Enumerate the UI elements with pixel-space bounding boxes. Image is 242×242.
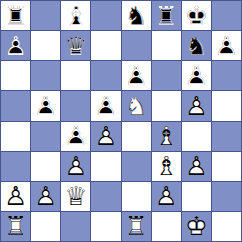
square-f7[interactable] bbox=[152, 31, 181, 60]
piece-line-layer: ♙ bbox=[182, 152, 211, 181]
square-a7[interactable]: ♟♙ bbox=[1, 31, 30, 60]
square-f2[interactable]: ♟♙ bbox=[152, 182, 181, 211]
square-h4[interactable] bbox=[212, 122, 241, 151]
square-f4[interactable]: ♝♗ bbox=[152, 122, 181, 151]
piece-line-layer: ♖ bbox=[1, 1, 30, 30]
square-b2[interactable]: ♟♙ bbox=[31, 182, 60, 211]
square-e5[interactable]: ♞♘ bbox=[122, 91, 151, 120]
square-a8[interactable]: ♜♖ bbox=[1, 1, 30, 30]
black-rook-icon[interactable]: ♜♖ bbox=[152, 1, 181, 30]
piece-line-layer: ♙ bbox=[91, 91, 120, 120]
square-e1[interactable]: ♜♖ bbox=[122, 212, 151, 241]
square-b6[interactable] bbox=[31, 61, 60, 90]
piece-line-layer: ♙ bbox=[31, 182, 60, 211]
piece-line-layer: ♖ bbox=[122, 212, 151, 241]
square-c5[interactable] bbox=[61, 91, 90, 120]
piece-line-layer: ♖ bbox=[1, 212, 30, 241]
square-g7[interactable]: ♞♘ bbox=[182, 31, 211, 60]
square-e2[interactable] bbox=[122, 182, 151, 211]
piece-line-layer: ♔ bbox=[182, 1, 211, 30]
square-h7[interactable]: ♟♙ bbox=[212, 31, 241, 60]
white-bishop-icon[interactable]: ♝♗ bbox=[152, 122, 181, 151]
square-h3[interactable] bbox=[212, 152, 241, 181]
square-a4[interactable] bbox=[1, 122, 30, 151]
piece-line-layer: ♕ bbox=[61, 182, 90, 211]
square-g2[interactable] bbox=[182, 182, 211, 211]
white-pawn-icon[interactable]: ♟♙ bbox=[182, 91, 211, 120]
square-a1[interactable]: ♜♖ bbox=[1, 212, 30, 241]
black-knight-icon[interactable]: ♞♘ bbox=[182, 31, 211, 60]
piece-line-layer: ♗ bbox=[152, 122, 181, 151]
square-b5[interactable]: ♟♙ bbox=[31, 91, 60, 120]
white-king-icon[interactable]: ♚♔ bbox=[182, 212, 211, 241]
black-pawn-icon[interactable]: ♟♙ bbox=[1, 31, 30, 60]
square-f1[interactable] bbox=[152, 212, 181, 241]
square-h2[interactable] bbox=[212, 182, 241, 211]
piece-line-layer: ♙ bbox=[122, 61, 151, 90]
white-pawn-icon[interactable]: ♟♙ bbox=[61, 152, 90, 181]
piece-line-layer: ♙ bbox=[91, 122, 120, 151]
piece-line-layer: ♙ bbox=[182, 91, 211, 120]
piece-line-layer: ♖ bbox=[152, 1, 181, 30]
black-pawn-icon[interactable]: ♟♙ bbox=[182, 61, 211, 90]
square-b3[interactable] bbox=[31, 152, 60, 181]
square-d7[interactable] bbox=[91, 31, 120, 60]
square-g4[interactable] bbox=[182, 122, 211, 151]
white-bishop-icon[interactable]: ♝♗ bbox=[152, 152, 181, 181]
square-e6[interactable]: ♟♙ bbox=[122, 61, 151, 90]
square-h5[interactable] bbox=[212, 91, 241, 120]
black-bishop-icon[interactable]: ♝♗ bbox=[61, 1, 90, 30]
square-h1[interactable] bbox=[212, 212, 241, 241]
piece-line-layer: ♙ bbox=[1, 182, 30, 211]
white-pawn-icon[interactable]: ♟♙ bbox=[182, 152, 211, 181]
square-b8[interactable] bbox=[31, 1, 60, 30]
square-c3[interactable]: ♟♙ bbox=[61, 152, 90, 181]
piece-line-layer: ♗ bbox=[152, 152, 181, 181]
piece-line-layer: ♕ bbox=[61, 31, 90, 60]
piece-line-layer: ♙ bbox=[61, 152, 90, 181]
square-a3[interactable] bbox=[1, 152, 30, 181]
piece-line-layer: ♙ bbox=[182, 61, 211, 90]
white-pawn-icon[interactable]: ♟♙ bbox=[91, 122, 120, 151]
square-c6[interactable] bbox=[61, 61, 90, 90]
black-pawn-icon[interactable]: ♟♙ bbox=[122, 61, 151, 90]
square-a5[interactable] bbox=[1, 91, 30, 120]
black-pawn-icon[interactable]: ♟♙ bbox=[31, 91, 60, 120]
square-d4[interactable]: ♟♙ bbox=[91, 122, 120, 151]
square-g1[interactable]: ♚♔ bbox=[182, 212, 211, 241]
square-b7[interactable] bbox=[31, 31, 60, 60]
square-f8[interactable]: ♜♖ bbox=[152, 1, 181, 30]
square-d6[interactable] bbox=[91, 61, 120, 90]
square-g5[interactable]: ♟♙ bbox=[182, 91, 211, 120]
square-h8[interactable] bbox=[212, 1, 241, 30]
white-knight-icon[interactable]: ♞♘ bbox=[122, 91, 151, 120]
square-e4[interactable] bbox=[122, 122, 151, 151]
square-g3[interactable]: ♟♙ bbox=[182, 152, 211, 181]
square-f3[interactable]: ♝♗ bbox=[152, 152, 181, 181]
square-f6[interactable] bbox=[152, 61, 181, 90]
piece-line-layer: ♙ bbox=[1, 31, 30, 60]
square-a2[interactable]: ♟♙ bbox=[1, 182, 30, 211]
square-d8[interactable] bbox=[91, 1, 120, 30]
piece-line-layer: ♙ bbox=[31, 91, 60, 120]
piece-line-layer: ♘ bbox=[122, 1, 151, 30]
black-pawn-icon[interactable]: ♟♙ bbox=[212, 31, 241, 60]
white-pawn-icon[interactable]: ♟♙ bbox=[31, 182, 60, 211]
square-g8[interactable]: ♚♔ bbox=[182, 1, 211, 30]
square-c1[interactable] bbox=[61, 212, 90, 241]
white-queen-icon[interactable]: ♛♕ bbox=[61, 182, 90, 211]
square-e7[interactable] bbox=[122, 31, 151, 60]
square-c7[interactable]: ♛♕ bbox=[61, 31, 90, 60]
piece-line-layer: ♙ bbox=[61, 122, 90, 151]
black-rook-icon[interactable]: ♜♖ bbox=[1, 1, 30, 30]
black-king-icon[interactable]: ♚♔ bbox=[182, 1, 211, 30]
black-knight-icon[interactable]: ♞♘ bbox=[122, 1, 151, 30]
piece-line-layer: ♗ bbox=[61, 1, 90, 30]
black-queen-icon[interactable]: ♛♕ bbox=[61, 31, 90, 60]
chess-board[interactable]: ♜♖♝♗♞♘♜♖♚♔♟♙♛♕♞♘♟♙♟♙♟♙♟♙♟♙♞♘♟♙♟♙♟♙♝♗♟♙♝♗… bbox=[0, 0, 242, 242]
piece-line-layer: ♙ bbox=[212, 31, 241, 60]
square-e8[interactable]: ♞♘ bbox=[122, 1, 151, 30]
square-d5[interactable]: ♟♙ bbox=[91, 91, 120, 120]
white-rook-icon[interactable]: ♜♖ bbox=[1, 212, 30, 241]
square-c2[interactable]: ♛♕ bbox=[61, 182, 90, 211]
square-h6[interactable] bbox=[212, 61, 241, 90]
black-pawn-icon[interactable]: ♟♙ bbox=[91, 91, 120, 120]
square-d2[interactable] bbox=[91, 182, 120, 211]
white-rook-icon[interactable]: ♜♖ bbox=[122, 212, 151, 241]
piece-line-layer: ♙ bbox=[152, 182, 181, 211]
square-g6[interactable]: ♟♙ bbox=[182, 61, 211, 90]
square-a6[interactable] bbox=[1, 61, 30, 90]
square-b1[interactable] bbox=[31, 212, 60, 241]
white-pawn-icon[interactable]: ♟♙ bbox=[1, 182, 30, 211]
square-b4[interactable] bbox=[31, 122, 60, 151]
square-f5[interactable] bbox=[152, 91, 181, 120]
white-pawn-icon[interactable]: ♟♙ bbox=[152, 182, 181, 211]
square-c4[interactable]: ♟♙ bbox=[61, 122, 90, 151]
piece-line-layer: ♘ bbox=[182, 31, 211, 60]
square-d1[interactable] bbox=[91, 212, 120, 241]
piece-line-layer: ♘ bbox=[122, 91, 151, 120]
black-pawn-icon[interactable]: ♟♙ bbox=[61, 122, 90, 151]
square-e3[interactable] bbox=[122, 152, 151, 181]
piece-line-layer: ♔ bbox=[182, 212, 211, 241]
square-d3[interactable] bbox=[91, 152, 120, 181]
square-c8[interactable]: ♝♗ bbox=[61, 1, 90, 30]
